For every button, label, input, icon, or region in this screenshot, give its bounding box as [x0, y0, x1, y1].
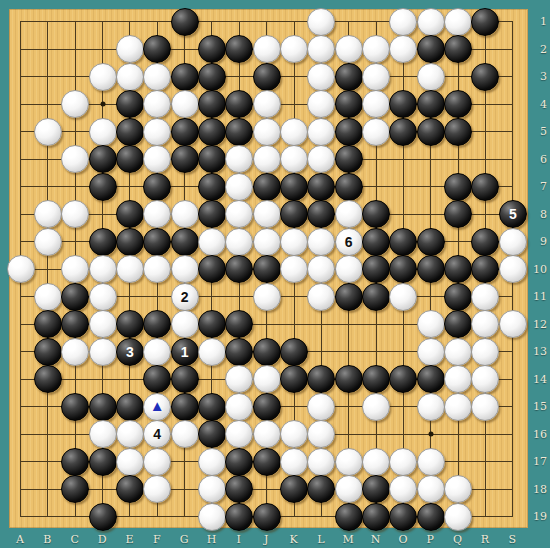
white-stone[interactable]: [335, 475, 363, 503]
go-board[interactable]: 56231▲4: [9, 9, 528, 528]
black-stone[interactable]: [335, 365, 363, 393]
white-stone[interactable]: [389, 283, 417, 311]
white-stone[interactable]: [143, 475, 171, 503]
black-stone[interactable]: [417, 503, 445, 531]
white-stone[interactable]: [362, 90, 390, 118]
star-point: [100, 102, 105, 107]
white-stone[interactable]: [417, 310, 445, 338]
white-stone[interactable]: [280, 255, 308, 283]
black-stone[interactable]: [89, 145, 117, 173]
black-stone[interactable]: [198, 310, 226, 338]
black-stone[interactable]: [389, 90, 417, 118]
white-stone[interactable]: [61, 200, 89, 228]
column-label: G: [180, 533, 189, 546]
white-stone[interactable]: 2: [171, 283, 199, 311]
white-stone[interactable]: [89, 255, 117, 283]
black-stone[interactable]: [335, 173, 363, 201]
white-stone[interactable]: [143, 200, 171, 228]
white-stone[interactable]: [362, 393, 390, 421]
white-stone[interactable]: [225, 420, 253, 448]
white-stone[interactable]: [253, 283, 281, 311]
white-stone[interactable]: [280, 448, 308, 476]
black-stone[interactable]: [471, 8, 499, 36]
white-stone[interactable]: [253, 200, 281, 228]
row-label: 5: [533, 125, 547, 138]
column-label: F: [153, 533, 161, 546]
white-stone[interactable]: [61, 90, 89, 118]
white-stone[interactable]: [362, 448, 390, 476]
black-stone[interactable]: [444, 90, 472, 118]
white-stone[interactable]: [116, 420, 144, 448]
black-stone[interactable]: [143, 35, 171, 63]
white-stone[interactable]: [389, 35, 417, 63]
column-label: C: [70, 533, 78, 546]
black-stone[interactable]: [225, 503, 253, 531]
black-stone[interactable]: [198, 118, 226, 146]
white-stone[interactable]: [417, 338, 445, 366]
black-stone[interactable]: [253, 63, 281, 91]
black-stone[interactable]: [362, 283, 390, 311]
column-label: L: [317, 533, 324, 546]
black-stone[interactable]: [198, 255, 226, 283]
go-board-app: 56231▲4 ABCDEFGHIJKLMNOPQRS1234567891011…: [0, 0, 550, 548]
black-stone[interactable]: [389, 503, 417, 531]
black-stone[interactable]: [417, 365, 445, 393]
column-label: K: [289, 533, 297, 546]
black-stone[interactable]: [89, 503, 117, 531]
black-stone[interactable]: [171, 145, 199, 173]
black-stone[interactable]: [444, 310, 472, 338]
white-stone[interactable]: [499, 310, 527, 338]
black-stone[interactable]: [198, 35, 226, 63]
row-label: 4: [533, 97, 547, 110]
white-stone[interactable]: [335, 255, 363, 283]
black-stone[interactable]: [471, 255, 499, 283]
black-stone[interactable]: [171, 8, 199, 36]
row-label: 1: [533, 15, 547, 28]
white-stone[interactable]: [335, 35, 363, 63]
white-stone[interactable]: [280, 420, 308, 448]
black-stone[interactable]: [253, 503, 281, 531]
white-stone[interactable]: [198, 475, 226, 503]
black-stone[interactable]: [444, 35, 472, 63]
black-stone[interactable]: [307, 475, 335, 503]
white-stone[interactable]: [389, 448, 417, 476]
white-stone[interactable]: [143, 118, 171, 146]
white-stone[interactable]: [307, 448, 335, 476]
black-stone[interactable]: [198, 200, 226, 228]
white-stone[interactable]: [417, 8, 445, 36]
black-stone[interactable]: [61, 310, 89, 338]
black-stone[interactable]: [116, 228, 144, 256]
black-stone[interactable]: [225, 338, 253, 366]
white-stone[interactable]: [89, 63, 117, 91]
move-number-label: 1: [181, 345, 189, 359]
white-stone[interactable]: [34, 118, 62, 146]
white-stone[interactable]: [89, 310, 117, 338]
white-stone[interactable]: [362, 63, 390, 91]
black-stone[interactable]: [225, 448, 253, 476]
column-label: S: [509, 533, 517, 546]
column-label: M: [343, 533, 354, 546]
black-stone[interactable]: [61, 448, 89, 476]
white-stone[interactable]: [444, 8, 472, 36]
white-stone[interactable]: [61, 255, 89, 283]
white-stone[interactable]: [253, 35, 281, 63]
black-stone[interactable]: [362, 255, 390, 283]
white-stone[interactable]: ▲: [143, 393, 171, 421]
black-stone[interactable]: [444, 255, 472, 283]
white-stone[interactable]: [225, 200, 253, 228]
white-stone[interactable]: [89, 118, 117, 146]
row-label: 9: [533, 235, 547, 248]
white-stone[interactable]: [253, 365, 281, 393]
row-label: 12: [533, 317, 547, 330]
black-stone[interactable]: [280, 475, 308, 503]
white-stone[interactable]: [307, 255, 335, 283]
white-stone[interactable]: [198, 503, 226, 531]
white-stone[interactable]: [335, 448, 363, 476]
white-stone[interactable]: [499, 255, 527, 283]
white-stone[interactable]: [198, 228, 226, 256]
black-stone[interactable]: [307, 365, 335, 393]
black-stone[interactable]: [444, 200, 472, 228]
white-stone[interactable]: [444, 475, 472, 503]
white-stone[interactable]: [280, 145, 308, 173]
white-stone[interactable]: [143, 90, 171, 118]
black-stone[interactable]: [61, 283, 89, 311]
white-stone[interactable]: [116, 255, 144, 283]
white-stone[interactable]: [499, 228, 527, 256]
white-stone[interactable]: [171, 420, 199, 448]
move-number-label: 3: [126, 345, 134, 359]
white-stone[interactable]: [417, 475, 445, 503]
black-stone[interactable]: 3: [116, 338, 144, 366]
black-stone[interactable]: [198, 63, 226, 91]
white-stone[interactable]: [307, 283, 335, 311]
black-stone[interactable]: [362, 365, 390, 393]
black-stone[interactable]: [280, 338, 308, 366]
white-stone[interactable]: [89, 283, 117, 311]
white-stone[interactable]: [253, 145, 281, 173]
black-stone[interactable]: [89, 173, 117, 201]
black-stone[interactable]: [253, 173, 281, 201]
white-stone[interactable]: [471, 283, 499, 311]
black-stone[interactable]: [198, 90, 226, 118]
black-stone[interactable]: [225, 90, 253, 118]
white-stone[interactable]: [307, 145, 335, 173]
white-stone[interactable]: [389, 475, 417, 503]
white-stone[interactable]: [362, 118, 390, 146]
white-stone[interactable]: [89, 420, 117, 448]
black-stone[interactable]: [389, 365, 417, 393]
white-stone[interactable]: [116, 448, 144, 476]
column-label: B: [43, 533, 51, 546]
move-number-label: 6: [345, 235, 353, 249]
black-stone[interactable]: [61, 393, 89, 421]
black-stone[interactable]: [143, 173, 171, 201]
black-stone[interactable]: [471, 173, 499, 201]
white-stone[interactable]: [225, 393, 253, 421]
row-label: 6: [533, 152, 547, 165]
white-stone[interactable]: [444, 365, 472, 393]
black-stone[interactable]: [116, 145, 144, 173]
black-stone[interactable]: [253, 338, 281, 366]
white-stone[interactable]: [143, 63, 171, 91]
row-label: 8: [533, 207, 547, 220]
white-stone[interactable]: [143, 255, 171, 283]
white-stone[interactable]: [307, 63, 335, 91]
white-stone[interactable]: [253, 90, 281, 118]
black-stone[interactable]: [362, 200, 390, 228]
row-label: 17: [533, 455, 547, 468]
white-stone[interactable]: [417, 63, 445, 91]
row-label: 13: [533, 345, 547, 358]
white-stone[interactable]: [471, 338, 499, 366]
white-stone[interactable]: [471, 393, 499, 421]
white-stone[interactable]: [34, 200, 62, 228]
row-label: 19: [533, 510, 547, 523]
white-stone[interactable]: [307, 8, 335, 36]
black-stone[interactable]: [171, 228, 199, 256]
white-stone[interactable]: [280, 118, 308, 146]
row-label: 11: [533, 290, 547, 303]
white-stone[interactable]: [307, 35, 335, 63]
black-stone[interactable]: [171, 393, 199, 421]
row-label: 14: [533, 372, 547, 385]
black-stone[interactable]: [34, 365, 62, 393]
white-stone[interactable]: [417, 448, 445, 476]
white-stone[interactable]: [253, 228, 281, 256]
column-label: O: [398, 533, 407, 546]
white-stone[interactable]: [198, 448, 226, 476]
black-stone[interactable]: [225, 475, 253, 503]
black-stone[interactable]: [362, 475, 390, 503]
black-stone[interactable]: [89, 448, 117, 476]
black-stone[interactable]: [116, 393, 144, 421]
black-stone[interactable]: [89, 228, 117, 256]
white-stone[interactable]: [143, 145, 171, 173]
black-stone[interactable]: [198, 145, 226, 173]
star-point: [428, 432, 433, 437]
row-label: 16: [533, 427, 547, 440]
black-stone[interactable]: [335, 118, 363, 146]
column-label: Q: [453, 533, 462, 546]
white-stone[interactable]: [335, 200, 363, 228]
triangle-marker: ▲: [150, 398, 165, 413]
white-stone[interactable]: [307, 90, 335, 118]
black-stone[interactable]: [335, 90, 363, 118]
row-label: 3: [533, 70, 547, 83]
white-stone[interactable]: [34, 228, 62, 256]
white-stone[interactable]: [444, 338, 472, 366]
black-stone[interactable]: [198, 420, 226, 448]
white-stone[interactable]: [253, 118, 281, 146]
black-stone[interactable]: [389, 228, 417, 256]
move-number-label: 2: [181, 290, 189, 304]
black-stone[interactable]: [225, 35, 253, 63]
white-stone[interactable]: [171, 255, 199, 283]
white-stone[interactable]: [307, 420, 335, 448]
column-label: P: [427, 533, 434, 546]
white-stone[interactable]: [307, 393, 335, 421]
white-stone[interactable]: [444, 503, 472, 531]
black-stone[interactable]: [198, 393, 226, 421]
black-stone[interactable]: 5: [499, 200, 527, 228]
white-stone[interactable]: [171, 310, 199, 338]
black-stone[interactable]: [471, 228, 499, 256]
white-stone[interactable]: [471, 365, 499, 393]
white-stone[interactable]: [61, 145, 89, 173]
white-stone[interactable]: [171, 90, 199, 118]
white-stone[interactable]: [362, 35, 390, 63]
white-stone[interactable]: [225, 145, 253, 173]
black-stone[interactable]: [417, 90, 445, 118]
row-label: 10: [533, 262, 547, 275]
black-stone[interactable]: [335, 145, 363, 173]
black-stone[interactable]: [171, 365, 199, 393]
white-stone[interactable]: [143, 338, 171, 366]
white-stone[interactable]: [34, 283, 62, 311]
column-label: I: [237, 533, 241, 546]
black-stone[interactable]: [417, 35, 445, 63]
white-stone[interactable]: [116, 63, 144, 91]
black-stone[interactable]: [89, 393, 117, 421]
black-stone[interactable]: [253, 255, 281, 283]
black-stone[interactable]: 1: [171, 338, 199, 366]
white-stone[interactable]: [417, 393, 445, 421]
column-label: N: [371, 533, 381, 546]
black-stone[interactable]: [335, 503, 363, 531]
black-stone[interactable]: [143, 310, 171, 338]
black-stone[interactable]: [280, 200, 308, 228]
column-label: R: [481, 533, 489, 546]
black-stone[interactable]: [280, 365, 308, 393]
white-stone[interactable]: [307, 228, 335, 256]
row-label: 2: [533, 42, 547, 55]
black-stone[interactable]: [116, 310, 144, 338]
black-stone[interactable]: [171, 118, 199, 146]
white-stone[interactable]: [7, 255, 35, 283]
move-number-label: 4: [153, 427, 161, 441]
black-stone[interactable]: [171, 63, 199, 91]
black-stone[interactable]: [362, 503, 390, 531]
white-stone[interactable]: [116, 35, 144, 63]
white-stone[interactable]: [225, 173, 253, 201]
white-stone[interactable]: [444, 393, 472, 421]
black-stone[interactable]: [143, 228, 171, 256]
column-label: H: [207, 533, 217, 546]
black-stone[interactable]: [198, 173, 226, 201]
black-stone[interactable]: [143, 365, 171, 393]
grid-line-vertical: [47, 21, 48, 517]
black-stone[interactable]: [225, 310, 253, 338]
black-stone[interactable]: [471, 63, 499, 91]
column-label: A: [16, 533, 24, 546]
column-label: E: [125, 533, 133, 546]
black-stone[interactable]: [116, 90, 144, 118]
white-stone[interactable]: [89, 338, 117, 366]
black-stone[interactable]: [444, 118, 472, 146]
row-label: 7: [533, 180, 547, 193]
black-stone[interactable]: [34, 310, 62, 338]
black-stone[interactable]: [362, 228, 390, 256]
black-stone[interactable]: [389, 255, 417, 283]
black-stone[interactable]: [116, 475, 144, 503]
black-stone[interactable]: [307, 200, 335, 228]
white-stone[interactable]: [471, 310, 499, 338]
white-stone[interactable]: [280, 35, 308, 63]
white-stone[interactable]: [307, 118, 335, 146]
white-stone[interactable]: [225, 365, 253, 393]
row-label: 15: [533, 400, 547, 413]
white-stone[interactable]: [143, 448, 171, 476]
black-stone[interactable]: [116, 118, 144, 146]
column-label: D: [98, 533, 107, 546]
black-stone[interactable]: [417, 255, 445, 283]
black-stone[interactable]: [417, 118, 445, 146]
white-stone[interactable]: [171, 200, 199, 228]
black-stone[interactable]: [417, 228, 445, 256]
black-stone[interactable]: [253, 448, 281, 476]
black-stone[interactable]: [253, 393, 281, 421]
black-stone[interactable]: [389, 118, 417, 146]
black-stone[interactable]: [225, 118, 253, 146]
white-stone[interactable]: [253, 420, 281, 448]
white-stone[interactable]: [198, 338, 226, 366]
column-label: J: [264, 533, 268, 546]
black-stone[interactable]: [116, 200, 144, 228]
black-stone[interactable]: [444, 283, 472, 311]
black-stone[interactable]: [307, 173, 335, 201]
black-stone[interactable]: [335, 63, 363, 91]
black-stone[interactable]: [61, 475, 89, 503]
white-stone[interactable]: [280, 228, 308, 256]
white-stone[interactable]: [225, 228, 253, 256]
black-stone[interactable]: [444, 173, 472, 201]
white-stone[interactable]: 6: [335, 228, 363, 256]
white-stone[interactable]: [389, 8, 417, 36]
black-stone[interactable]: [335, 283, 363, 311]
black-stone[interactable]: [280, 173, 308, 201]
black-stone[interactable]: [225, 255, 253, 283]
white-stone[interactable]: 4: [143, 420, 171, 448]
white-stone[interactable]: [61, 338, 89, 366]
black-stone[interactable]: [34, 338, 62, 366]
move-number-label: 5: [509, 207, 517, 221]
row-label: 18: [533, 482, 547, 495]
